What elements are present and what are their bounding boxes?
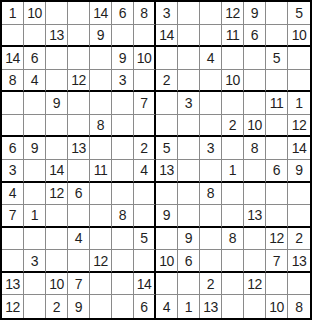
cell-r4c10[interactable] <box>200 70 222 93</box>
cell-r1c8-given: 3 <box>156 2 178 25</box>
cell-r1c2-given: 10 <box>24 2 46 25</box>
cell-r4c8-given: 2 <box>156 70 178 93</box>
cell-r14c8-given: 4 <box>156 295 178 318</box>
cell-r8c4[interactable] <box>68 160 90 183</box>
cell-r1c14-given: 5 <box>288 2 310 25</box>
cell-r3c4[interactable] <box>68 47 90 70</box>
cell-r8c7-given: 4 <box>134 160 156 183</box>
cell-r7c2-given: 9 <box>24 137 46 160</box>
cell-r3c10-given: 4 <box>200 47 222 70</box>
cell-r1c13[interactable] <box>266 2 288 25</box>
cell-r14c12[interactable] <box>244 295 266 318</box>
cell-r1c9[interactable] <box>178 2 200 25</box>
cell-r2c9[interactable] <box>178 25 200 48</box>
cell-r1c12-given: 9 <box>244 2 266 25</box>
cell-r6c6[interactable] <box>112 115 134 138</box>
cell-r12c2-given: 3 <box>24 250 46 273</box>
cell-r6c14-given: 12 <box>288 115 310 138</box>
cell-r6c7[interactable] <box>134 115 156 138</box>
cell-r10c3[interactable] <box>46 205 68 228</box>
cell-r7c5[interactable] <box>90 137 112 160</box>
cell-r12c4[interactable] <box>68 250 90 273</box>
cell-r6c2[interactable] <box>24 115 46 138</box>
cell-r2c6[interactable] <box>112 25 134 48</box>
cell-r9c10-given: 8 <box>200 183 222 206</box>
cell-r4c3[interactable] <box>46 70 68 93</box>
cell-r4c13[interactable] <box>266 70 288 93</box>
cell-r13c12-given: 12 <box>244 273 266 296</box>
cell-r3c14[interactable] <box>288 47 310 70</box>
cell-r7c14-given: 14 <box>288 137 310 160</box>
cell-r7c8-given: 5 <box>156 137 178 160</box>
cell-r11c8[interactable] <box>156 228 178 251</box>
cell-r3c7-given: 10 <box>134 47 156 70</box>
cell-r6c13[interactable] <box>266 115 288 138</box>
cell-r14c9-given: 1 <box>178 295 200 318</box>
cell-r5c6[interactable] <box>112 92 134 115</box>
cell-r1c4[interactable] <box>68 2 90 25</box>
cell-r4c6-given: 3 <box>112 70 134 93</box>
cell-r4c11-given: 10 <box>222 70 244 93</box>
cell-r5c4[interactable] <box>68 92 90 115</box>
cell-r11c7-given: 5 <box>134 228 156 251</box>
cell-r10c10[interactable] <box>200 205 222 228</box>
cell-r8c3-given: 14 <box>46 160 68 183</box>
cell-r10c1-given: 7 <box>2 205 24 228</box>
cell-r2c10[interactable] <box>200 25 222 48</box>
cell-r9c11[interactable] <box>222 183 244 206</box>
sudoku-board-wrapper: 1101468312951391411610146910458412321097… <box>0 0 312 320</box>
cell-r8c10[interactable] <box>200 160 222 183</box>
cell-r14c5[interactable] <box>90 295 112 318</box>
cell-r7c1-given: 6 <box>2 137 24 160</box>
cell-r1c7-given: 8 <box>134 2 156 25</box>
cell-r10c4[interactable] <box>68 205 90 228</box>
cell-r3c9[interactable] <box>178 47 200 70</box>
cell-r13c5[interactable] <box>90 273 112 296</box>
cell-r12c10[interactable] <box>200 250 222 273</box>
cell-r3c1-given: 14 <box>2 47 24 70</box>
cell-r13c6[interactable] <box>112 273 134 296</box>
cell-r12c12[interactable] <box>244 250 266 273</box>
cell-r4c1-given: 8 <box>2 70 24 93</box>
cell-r14c3-given: 2 <box>46 295 68 318</box>
cell-r11c10[interactable] <box>200 228 222 251</box>
cell-r13c14[interactable] <box>288 273 310 296</box>
cell-r7c7-given: 2 <box>134 137 156 160</box>
cell-r11c14-given: 2 <box>288 228 310 251</box>
cell-r3c6-given: 9 <box>112 47 134 70</box>
cell-r2c8-given: 14 <box>156 25 178 48</box>
cell-r1c3[interactable] <box>46 2 68 25</box>
cell-r11c13-given: 12 <box>266 228 288 251</box>
cell-r12c7[interactable] <box>134 250 156 273</box>
cell-r8c2[interactable] <box>24 160 46 183</box>
cell-r13c9[interactable] <box>178 273 200 296</box>
cell-r10c13[interactable] <box>266 205 288 228</box>
cell-r9c6[interactable] <box>112 183 134 206</box>
cell-r8c12[interactable] <box>244 160 266 183</box>
cell-r5c12[interactable] <box>244 92 266 115</box>
cell-r12c9-given: 6 <box>178 250 200 273</box>
cell-r10c9[interactable] <box>178 205 200 228</box>
cell-r6c12-given: 10 <box>244 115 266 138</box>
cell-r14c7-given: 6 <box>134 295 156 318</box>
cell-r9c7[interactable] <box>134 183 156 206</box>
cell-r14c10-given: 13 <box>200 295 222 318</box>
cell-r9c12[interactable] <box>244 183 266 206</box>
cell-r5c13-given: 11 <box>266 92 288 115</box>
cell-r11c12[interactable] <box>244 228 266 251</box>
cell-r11c4-given: 4 <box>68 228 90 251</box>
cell-r13c10-given: 2 <box>200 273 222 296</box>
cell-r3c11[interactable] <box>222 47 244 70</box>
cell-r6c3[interactable] <box>46 115 68 138</box>
cell-r7c12-given: 8 <box>244 137 266 160</box>
cell-r3c3[interactable] <box>46 47 68 70</box>
cell-r12c5-given: 12 <box>90 250 112 273</box>
cell-r8c14-given: 9 <box>288 160 310 183</box>
cell-r13c2[interactable] <box>24 273 46 296</box>
cell-r6c11-given: 2 <box>222 115 244 138</box>
cell-r9c13[interactable] <box>266 183 288 206</box>
cell-r4c4-given: 12 <box>68 70 90 93</box>
cell-r1c10[interactable] <box>200 2 222 25</box>
cell-r11c9-given: 9 <box>178 228 200 251</box>
cell-r9c9[interactable] <box>178 183 200 206</box>
cell-r4c12[interactable] <box>244 70 266 93</box>
cell-r13c3-given: 10 <box>46 273 68 296</box>
cell-r6c10[interactable] <box>200 115 222 138</box>
cell-r10c6-given: 8 <box>112 205 134 228</box>
cell-r8c11-given: 1 <box>222 160 244 183</box>
cell-r9c4-given: 6 <box>68 183 90 206</box>
cell-r13c8[interactable] <box>156 273 178 296</box>
cell-r9c14[interactable] <box>288 183 310 206</box>
cell-r5c2[interactable] <box>24 92 46 115</box>
cell-r5c3-given: 9 <box>46 92 68 115</box>
cell-r13c11[interactable] <box>222 273 244 296</box>
cell-r8c6[interactable] <box>112 160 134 183</box>
cell-r12c13-given: 7 <box>266 250 288 273</box>
cell-r13c13[interactable] <box>266 273 288 296</box>
cell-r12c6[interactable] <box>112 250 134 273</box>
cell-r5c7-given: 7 <box>134 92 156 115</box>
cell-r9c1-given: 4 <box>2 183 24 206</box>
cell-r1c1-given: 1 <box>2 2 24 25</box>
cell-r14c13-given: 10 <box>266 295 288 318</box>
cell-r9c5[interactable] <box>90 183 112 206</box>
cell-r10c11[interactable] <box>222 205 244 228</box>
cell-r10c5[interactable] <box>90 205 112 228</box>
cell-r12c3[interactable] <box>46 250 68 273</box>
cell-r2c11-given: 11 <box>222 25 244 48</box>
cell-r5c10[interactable] <box>200 92 222 115</box>
cell-r2c14-given: 10 <box>288 25 310 48</box>
cell-r7c13[interactable] <box>266 137 288 160</box>
cell-r4c9[interactable] <box>178 70 200 93</box>
cell-r9c3-given: 12 <box>46 183 68 206</box>
cell-r9c8[interactable] <box>156 183 178 206</box>
cell-r7c10-given: 3 <box>200 137 222 160</box>
cell-r10c12-given: 13 <box>244 205 266 228</box>
cell-r10c2-given: 1 <box>24 205 46 228</box>
cell-r10c7[interactable] <box>134 205 156 228</box>
cell-r1c6-given: 6 <box>112 2 134 25</box>
cell-r1c11-given: 12 <box>222 2 244 25</box>
cell-r2c3-given: 13 <box>46 25 68 48</box>
cell-r13c7-given: 14 <box>134 273 156 296</box>
cell-r2c1[interactable] <box>2 25 24 48</box>
cell-r8c9[interactable] <box>178 160 200 183</box>
cell-r7c3[interactable] <box>46 137 68 160</box>
cell-r12c14-given: 13 <box>288 250 310 273</box>
cell-r6c9[interactable] <box>178 115 200 138</box>
cell-r11c6[interactable] <box>112 228 134 251</box>
cell-r6c5-given: 8 <box>90 115 112 138</box>
cell-r11c1[interactable] <box>2 228 24 251</box>
cell-r12c1[interactable] <box>2 250 24 273</box>
cell-r10c8-given: 9 <box>156 205 178 228</box>
cell-r2c5-given: 9 <box>90 25 112 48</box>
cell-r5c14-given: 1 <box>288 92 310 115</box>
cell-r5c5[interactable] <box>90 92 112 115</box>
cell-r3c13-given: 5 <box>266 47 288 70</box>
cell-r4c7[interactable] <box>134 70 156 93</box>
cell-r14c14-given: 8 <box>288 295 310 318</box>
cell-r10c14[interactable] <box>288 205 310 228</box>
cell-r4c2-given: 4 <box>24 70 46 93</box>
cell-r5c8[interactable] <box>156 92 178 115</box>
cell-r5c1[interactable] <box>2 92 24 115</box>
cell-r1c5-given: 14 <box>90 2 112 25</box>
cell-r14c11[interactable] <box>222 295 244 318</box>
cell-r4c14[interactable] <box>288 70 310 93</box>
cell-r14c4-given: 9 <box>68 295 90 318</box>
cell-r3c2-given: 6 <box>24 47 46 70</box>
cell-r2c2[interactable] <box>24 25 46 48</box>
cell-r2c12-given: 6 <box>244 25 266 48</box>
cell-r12c8-given: 10 <box>156 250 178 273</box>
cell-r5c11[interactable] <box>222 92 244 115</box>
cell-r2c4[interactable] <box>68 25 90 48</box>
cell-r11c2[interactable] <box>24 228 46 251</box>
cell-r4c5[interactable] <box>90 70 112 93</box>
cell-r7c6[interactable] <box>112 137 134 160</box>
cell-r6c4[interactable] <box>68 115 90 138</box>
cell-r8c8-given: 13 <box>156 160 178 183</box>
cell-r3c5[interactable] <box>90 47 112 70</box>
cell-r11c5[interactable] <box>90 228 112 251</box>
cell-r14c6[interactable] <box>112 295 134 318</box>
cell-r6c8[interactable] <box>156 115 178 138</box>
cell-r6c1[interactable] <box>2 115 24 138</box>
cell-r8c1-given: 3 <box>2 160 24 183</box>
cell-r7c11[interactable] <box>222 137 244 160</box>
cell-r5c9-given: 3 <box>178 92 200 115</box>
cell-r14c2[interactable] <box>24 295 46 318</box>
cell-r11c11-given: 8 <box>222 228 244 251</box>
cell-r13c4-given: 7 <box>68 273 90 296</box>
cell-r8c5-given: 11 <box>90 160 112 183</box>
cell-r7c4-given: 13 <box>68 137 90 160</box>
cell-r8c13-given: 6 <box>266 160 288 183</box>
cell-r13c1-given: 13 <box>2 273 24 296</box>
cell-r2c13[interactable] <box>266 25 288 48</box>
sudoku-board: 1101468312951391411610146910458412321097… <box>0 0 312 320</box>
cell-r9c2[interactable] <box>24 183 46 206</box>
cell-r2c7[interactable] <box>134 25 156 48</box>
cell-r12c11[interactable] <box>222 250 244 273</box>
cell-r3c8[interactable] <box>156 47 178 70</box>
cell-r14c1-given: 12 <box>2 295 24 318</box>
cell-r7c9[interactable] <box>178 137 200 160</box>
cell-r11c3[interactable] <box>46 228 68 251</box>
cell-r3c12[interactable] <box>244 47 266 70</box>
